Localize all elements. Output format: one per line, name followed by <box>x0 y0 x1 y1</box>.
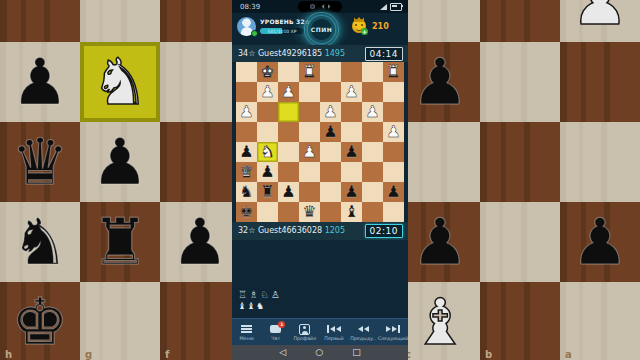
background-square: ♛ <box>0 122 80 202</box>
square[interactable] <box>383 162 404 182</box>
toolbar-label: Предыду.. <box>350 336 376 341</box>
square[interactable]: ♟ <box>320 102 341 122</box>
piece-bP: ♟ <box>236 141 257 162</box>
coin-count: 210 <box>372 22 389 31</box>
piece-wN: ♞ <box>257 141 278 162</box>
piece-wQ: ♛ <box>236 161 257 182</box>
piece-wP: ♟ <box>320 101 341 122</box>
background-square: b <box>480 282 560 360</box>
file-letter: b <box>485 349 492 360</box>
square[interactable] <box>278 122 299 142</box>
square[interactable] <box>341 162 362 182</box>
background-square: ♟ <box>400 202 480 282</box>
square[interactable]: ♜ <box>299 62 320 82</box>
piece-wP: ♟ <box>362 101 383 122</box>
piece-bP: ♟ <box>560 202 640 282</box>
square[interactable] <box>362 182 383 202</box>
background-square <box>480 202 560 282</box>
captured-by-black: ♝♝♞ <box>238 301 402 312</box>
piece-wK: ♚ <box>257 61 278 82</box>
android-nav-bar: ◁ ○ □ <box>232 345 408 360</box>
toolbar-profile-button[interactable]: Профайл <box>290 319 319 346</box>
square[interactable]: ♟ <box>341 142 362 162</box>
next-icon <box>386 324 400 334</box>
piece-wP: ♟ <box>299 141 320 162</box>
square[interactable]: ♟ <box>299 142 320 162</box>
square[interactable]: ♝ <box>341 202 362 222</box>
piece-bR: ♜ <box>257 181 278 202</box>
xp-text: 501/1010 XP <box>260 29 304 34</box>
piece-bK: ♚ <box>236 201 257 222</box>
piece-wN: ♞ <box>80 42 160 122</box>
piece-bP: ♟ <box>400 42 480 122</box>
square[interactable]: ♞ <box>236 182 257 202</box>
toolbar-chat-button[interactable]: 1Чат <box>261 319 290 346</box>
square[interactable] <box>320 162 341 182</box>
square[interactable] <box>236 82 257 102</box>
file-letter: f <box>165 349 169 360</box>
opponent-name: 34☆ Guest49296185 1495 <box>238 49 345 58</box>
player-clock: 02:10 <box>365 224 403 238</box>
background-square <box>160 0 240 42</box>
square[interactable] <box>299 102 320 122</box>
player-bar: 32☆ Guest46636028 1205 02:10 <box>232 222 408 240</box>
coin-eye <box>355 24 357 26</box>
toolbar-first-button[interactable]: Первый <box>319 319 348 346</box>
square[interactable]: ♞ <box>257 142 278 162</box>
square[interactable] <box>341 102 362 122</box>
square[interactable]: ♟ <box>341 82 362 102</box>
square[interactable] <box>320 142 341 162</box>
square[interactable] <box>362 62 383 82</box>
square[interactable] <box>362 142 383 162</box>
app-header: УРОВЕНЬ 32☆ 501/1010 XP СПИН + 210 <box>232 13 408 45</box>
background-square <box>480 122 560 202</box>
background-square: ♞ <box>0 202 80 282</box>
background-square: a <box>560 282 640 360</box>
square[interactable] <box>362 122 383 142</box>
piece-bP: ♟ <box>341 141 362 162</box>
nav-home-button[interactable]: ○ <box>315 345 323 360</box>
background-square: ♟ <box>560 0 640 42</box>
background-square: ♞ <box>80 42 160 122</box>
coin-eye <box>361 24 363 26</box>
square[interactable] <box>278 202 299 222</box>
file-letter: g <box>85 349 92 360</box>
battery-icon <box>390 3 402 11</box>
opponent-clock: 04:14 <box>365 47 403 61</box>
status-icons <box>380 3 402 11</box>
background-square: ♟ <box>0 42 80 122</box>
file-letter: a <box>565 349 572 360</box>
piece-wR: ♜ <box>383 61 404 82</box>
piece-bP: ♟ <box>320 121 341 142</box>
square[interactable] <box>257 102 278 122</box>
square[interactable] <box>299 122 320 142</box>
opponent-rating: 1495 <box>325 49 345 58</box>
background-square <box>80 0 160 42</box>
background-square <box>0 0 80 42</box>
piece-bP: ♟ <box>278 181 299 202</box>
square[interactable] <box>341 62 362 82</box>
level-label: УРОВЕНЬ 32☆ <box>260 18 310 25</box>
square[interactable] <box>257 122 278 142</box>
square[interactable] <box>320 82 341 102</box>
captured-pieces-tray: ♖♗♘♙ ♝♝♞ <box>238 289 402 315</box>
piece-bP: ♟ <box>400 202 480 282</box>
piece-bN: ♞ <box>236 181 257 202</box>
nav-recents-button[interactable]: □ <box>352 345 361 360</box>
piece-wB: ♝ <box>400 282 480 360</box>
toolbar-menu-button[interactable]: Меню <box>232 319 261 346</box>
square[interactable] <box>236 62 257 82</box>
background-square: ♟ <box>400 42 480 122</box>
toolbar-next-button[interactable]: Следующий <box>378 319 408 346</box>
square[interactable] <box>362 202 383 222</box>
square[interactable]: ♛ <box>236 162 257 182</box>
profile-icon <box>299 324 310 334</box>
coin-smiley-icon[interactable]: + <box>352 19 366 33</box>
player-name-text: 32☆ Guest46636028 <box>238 226 322 235</box>
player-name: 32☆ Guest46636028 1205 <box>238 226 345 235</box>
piece-bR: ♜ <box>80 202 160 282</box>
nav-back-button[interactable]: ◁ <box>279 345 286 360</box>
piece-wP: ♟ <box>236 101 257 122</box>
piece-wP: ♟ <box>383 121 404 142</box>
piece-bP: ♟ <box>80 122 160 202</box>
square[interactable]: ♚ <box>257 62 278 82</box>
toolbar-label: Чат <box>271 336 280 341</box>
piece-bP: ♟ <box>383 181 404 202</box>
square[interactable]: ♟ <box>257 82 278 102</box>
square[interactable] <box>362 82 383 102</box>
square[interactable] <box>383 202 404 222</box>
square[interactable] <box>299 162 320 182</box>
background-square: ♝c <box>400 282 480 360</box>
background-square <box>560 42 640 122</box>
background-square: ♟ <box>160 202 240 282</box>
square[interactable] <box>341 122 362 142</box>
toolbar-label: Следующий <box>378 336 408 341</box>
square[interactable] <box>383 82 404 102</box>
signal-icon <box>380 4 387 10</box>
background-square: f <box>160 282 240 360</box>
bottom-toolbar: Меню1ЧатПрофайлПервыйПредыду..Следующий <box>232 318 408 346</box>
square[interactable] <box>320 202 341 222</box>
chat-badge: 1 <box>278 321 285 328</box>
square[interactable]: ♟ <box>236 142 257 162</box>
file-letter: h <box>5 349 12 360</box>
square[interactable]: ♟ <box>278 182 299 202</box>
background-square: ♟ <box>560 202 640 282</box>
square[interactable]: ♟ <box>383 122 404 142</box>
square[interactable] <box>278 162 299 182</box>
square[interactable]: ♜ <box>383 62 404 82</box>
square[interactable] <box>320 62 341 82</box>
piece-wP: ♟ <box>257 81 278 102</box>
piece-bB: ♝ <box>341 201 362 222</box>
spin-button[interactable]: СПИН <box>304 12 339 47</box>
piece-bP: ♟ <box>160 202 240 282</box>
coin-plus-icon: + <box>361 28 368 35</box>
background-square <box>400 0 480 42</box>
background-square: ♚h <box>0 282 80 360</box>
background-square <box>160 122 240 202</box>
toolbar-label: Первый <box>324 336 343 341</box>
online-dot-icon <box>251 30 258 37</box>
piece-wP: ♟ <box>278 81 299 102</box>
square[interactable] <box>362 162 383 182</box>
background-square <box>480 0 560 42</box>
toolbar-label: Меню <box>239 336 253 341</box>
phone-screenshot: 08:39 УРОВЕНЬ 32☆ 501/1010 XP СПИН + <box>232 0 408 360</box>
square[interactable]: ♟ <box>383 182 404 202</box>
toolbar-prev-button[interactable]: Предыду.. <box>349 319 378 346</box>
square[interactable]: ♜ <box>257 182 278 202</box>
piece-wR: ♜ <box>299 61 320 82</box>
background-square <box>560 122 640 202</box>
square[interactable]: ♟ <box>257 162 278 182</box>
square[interactable] <box>278 142 299 162</box>
background-square: ♜ <box>80 202 160 282</box>
square[interactable] <box>299 182 320 202</box>
square[interactable] <box>257 202 278 222</box>
piece-bP: ♟ <box>341 181 362 202</box>
piece-bQ: ♛ <box>299 201 320 222</box>
opponent-bar: 34☆ Guest49296185 1495 04:14 <box>232 45 408 62</box>
background-square <box>400 122 480 202</box>
first-icon <box>327 324 341 334</box>
piece-wP: ♟ <box>341 81 362 102</box>
toolbar-label: Профайл <box>293 336 316 341</box>
square[interactable] <box>299 82 320 102</box>
menu-icon <box>241 324 252 334</box>
square[interactable]: ♟ <box>341 182 362 202</box>
video-frame: ♟♟♟♞♟♟♛♟♞♜♟♟♟♚hgf♛ed♝cba 08:39 УРОВЕНЬ 3… <box>0 0 640 360</box>
square[interactable]: ♛ <box>299 202 320 222</box>
piece-bP: ♟ <box>0 42 80 122</box>
prev-icon <box>358 324 369 334</box>
chat-icon: 1 <box>270 324 281 334</box>
status-time: 08:39 <box>240 3 260 11</box>
square[interactable]: ♟ <box>362 102 383 122</box>
piece-bN: ♞ <box>0 202 80 282</box>
square[interactable] <box>278 62 299 82</box>
square[interactable] <box>278 102 299 122</box>
square[interactable]: ♟ <box>236 102 257 122</box>
player-rating: 1205 <box>325 226 345 235</box>
spacer <box>232 240 408 290</box>
square[interactable]: ♚ <box>236 202 257 222</box>
opponent-name-text: 34☆ Guest49296185 <box>238 49 322 58</box>
captured-by-white: ♖♗♘♙ <box>238 289 402 301</box>
background-square <box>480 42 560 122</box>
square[interactable]: ♟ <box>320 122 341 142</box>
background-square: ♟ <box>80 122 160 202</box>
piece-wP: ♟ <box>560 0 640 42</box>
square[interactable]: ♟ <box>278 82 299 102</box>
square[interactable] <box>383 142 404 162</box>
background-square: g <box>80 282 160 360</box>
background-square <box>160 42 240 122</box>
square[interactable] <box>383 102 404 122</box>
chess-board[interactable]: ♚♜♜♟♟♟♟♟♟♟♟♟♞♟♟♛♟♞♜♟♟♟♚♛♝ <box>236 62 404 222</box>
square[interactable] <box>320 182 341 202</box>
spin-label: СПИН <box>311 26 332 33</box>
square[interactable] <box>236 122 257 142</box>
piece-bQ: ♛ <box>0 122 80 202</box>
piece-bP: ♟ <box>257 161 278 182</box>
